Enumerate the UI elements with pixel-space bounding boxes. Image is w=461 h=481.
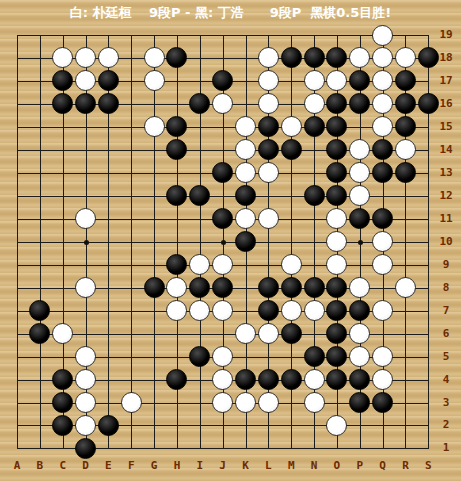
stone-white <box>52 323 73 344</box>
stone-white <box>326 254 347 275</box>
stone-black <box>52 70 73 91</box>
stone-white <box>281 300 302 321</box>
stone-black <box>75 438 96 459</box>
stone-black <box>304 185 325 206</box>
stone-white <box>326 70 347 91</box>
stone-black <box>52 369 73 390</box>
stone-white <box>75 392 96 413</box>
stone-white <box>349 139 370 160</box>
stone-white <box>372 47 393 68</box>
stone-black <box>304 116 325 137</box>
stone-black <box>349 369 370 390</box>
stone-black <box>395 162 416 183</box>
stone-black <box>395 116 416 137</box>
stone-white <box>189 300 210 321</box>
stone-black <box>258 139 279 160</box>
stone-black <box>372 392 393 413</box>
stone-black <box>281 139 302 160</box>
row-label: 5 <box>433 350 459 363</box>
row-label: 9 <box>433 258 459 271</box>
stone-white <box>372 93 393 114</box>
row-label: 18 <box>433 51 459 64</box>
stone-black <box>258 116 279 137</box>
row-label: 2 <box>433 418 459 431</box>
stone-white <box>258 70 279 91</box>
stone-black <box>326 300 347 321</box>
stone-black <box>166 116 187 137</box>
stone-white <box>212 93 233 114</box>
row-label: 12 <box>433 189 459 202</box>
row-label: 17 <box>433 74 459 87</box>
stone-white <box>166 277 187 298</box>
stone-black <box>326 93 347 114</box>
stone-white <box>258 392 279 413</box>
column-label: E <box>97 459 119 472</box>
column-label: R <box>394 459 416 472</box>
stone-white <box>304 392 325 413</box>
stone-white <box>212 346 233 367</box>
stone-black <box>395 70 416 91</box>
stone-black <box>281 369 302 390</box>
row-label: 10 <box>433 235 459 248</box>
stone-white <box>212 254 233 275</box>
column-label: J <box>212 459 234 472</box>
stone-black <box>326 185 347 206</box>
stone-black <box>98 415 119 436</box>
column-label: C <box>52 459 74 472</box>
stone-white <box>372 300 393 321</box>
stone-black <box>258 300 279 321</box>
stone-black <box>52 93 73 114</box>
column-label: B <box>29 459 51 472</box>
stone-black <box>372 162 393 183</box>
column-label: Q <box>372 459 394 472</box>
stone-black <box>235 231 256 252</box>
stone-white <box>75 70 96 91</box>
stone-black <box>349 208 370 229</box>
stone-white <box>75 415 96 436</box>
stone-black <box>75 93 96 114</box>
stone-white <box>212 392 233 413</box>
row-label: 11 <box>433 212 459 225</box>
stone-black <box>349 93 370 114</box>
stone-black <box>166 47 187 68</box>
row-label: 6 <box>433 327 459 340</box>
stone-black <box>326 47 347 68</box>
stone-white <box>52 47 73 68</box>
stone-white <box>372 25 393 46</box>
stone-black <box>189 346 210 367</box>
stone-black <box>166 254 187 275</box>
stone-black <box>166 369 187 390</box>
stone-white <box>304 300 325 321</box>
stone-black <box>372 208 393 229</box>
stone-white <box>372 254 393 275</box>
stone-white <box>144 70 165 91</box>
stone-black <box>212 208 233 229</box>
row-label: 16 <box>433 97 459 110</box>
stone-white <box>372 116 393 137</box>
stone-black <box>326 323 347 344</box>
row-label: 14 <box>433 143 459 156</box>
stone-white <box>235 162 256 183</box>
stone-black <box>212 162 233 183</box>
stone-white <box>372 231 393 252</box>
stone-black <box>258 277 279 298</box>
stone-white <box>349 162 370 183</box>
stone-white <box>258 162 279 183</box>
stone-white <box>75 277 96 298</box>
stone-black <box>166 139 187 160</box>
stone-white <box>372 369 393 390</box>
stone-black <box>395 93 416 114</box>
stone-black <box>281 323 302 344</box>
stone-white <box>349 185 370 206</box>
row-label: 4 <box>433 373 459 386</box>
column-label: S <box>417 459 439 472</box>
stone-black <box>235 185 256 206</box>
stone-white <box>326 231 347 252</box>
stone-black <box>326 346 347 367</box>
star-point <box>84 240 89 245</box>
stone-white <box>212 369 233 390</box>
stone-black <box>52 392 73 413</box>
stone-white <box>258 208 279 229</box>
stone-black <box>281 47 302 68</box>
stone-black <box>304 346 325 367</box>
column-label: N <box>303 459 325 472</box>
column-label: F <box>120 459 142 472</box>
column-label: O <box>326 459 348 472</box>
stone-white <box>304 369 325 390</box>
stone-black <box>326 162 347 183</box>
stone-black <box>29 323 50 344</box>
stone-black <box>349 70 370 91</box>
column-label: D <box>75 459 97 472</box>
stone-white <box>372 346 393 367</box>
column-label: K <box>235 459 257 472</box>
stone-white <box>326 208 347 229</box>
stone-black <box>326 139 347 160</box>
row-label: 3 <box>433 396 459 409</box>
stone-black <box>372 139 393 160</box>
stone-white <box>395 277 416 298</box>
stone-white <box>326 415 347 436</box>
stone-black <box>349 392 370 413</box>
stone-white <box>75 369 96 390</box>
stone-white <box>395 139 416 160</box>
go-board[interactable] <box>0 0 461 461</box>
stone-black <box>281 277 302 298</box>
column-label: G <box>143 459 165 472</box>
stone-white <box>235 323 256 344</box>
stone-black <box>29 300 50 321</box>
column-label: I <box>189 459 211 472</box>
stone-white <box>75 208 96 229</box>
stone-white <box>75 47 96 68</box>
stone-black <box>189 185 210 206</box>
column-label: A <box>6 459 28 472</box>
stone-white <box>166 300 187 321</box>
stone-white <box>98 47 119 68</box>
row-label: 7 <box>433 304 459 317</box>
stone-white <box>304 93 325 114</box>
stone-white <box>349 277 370 298</box>
row-label: 8 <box>433 281 459 294</box>
stone-black <box>349 300 370 321</box>
stone-white <box>235 139 256 160</box>
stone-white <box>144 47 165 68</box>
stone-black <box>52 415 73 436</box>
stone-white <box>349 47 370 68</box>
stone-white <box>281 116 302 137</box>
stone-white <box>349 323 370 344</box>
stone-black <box>189 93 210 114</box>
stone-black <box>189 277 210 298</box>
stone-white <box>144 116 165 137</box>
stone-black <box>326 277 347 298</box>
stone-black <box>304 277 325 298</box>
stone-white <box>258 323 279 344</box>
column-label: L <box>257 459 279 472</box>
stone-white <box>212 300 233 321</box>
stone-white <box>395 47 416 68</box>
column-label: P <box>349 459 371 472</box>
stone-black <box>258 369 279 390</box>
stone-white <box>281 254 302 275</box>
stone-white <box>235 208 256 229</box>
column-label: H <box>166 459 188 472</box>
stone-black <box>212 70 233 91</box>
stone-black <box>166 185 187 206</box>
stone-white <box>75 346 96 367</box>
stone-white <box>235 116 256 137</box>
stone-white <box>121 392 142 413</box>
stone-black <box>212 277 233 298</box>
row-label: 13 <box>433 166 459 179</box>
go-app-window: 白: 朴廷桓 9段P - 黑: 丁浩 9段P 黑棋0.5目胜! ABCDEFGH… <box>0 0 461 481</box>
stone-black <box>235 369 256 390</box>
stone-black <box>98 70 119 91</box>
star-point <box>221 240 226 245</box>
stone-white <box>258 93 279 114</box>
stone-black <box>326 369 347 390</box>
stone-white <box>258 47 279 68</box>
row-label: 19 <box>433 28 459 41</box>
stone-black <box>304 47 325 68</box>
stone-white <box>304 70 325 91</box>
stone-white <box>235 392 256 413</box>
star-point <box>358 240 363 245</box>
stone-white <box>372 70 393 91</box>
stone-black <box>98 93 119 114</box>
row-label: 15 <box>433 120 459 133</box>
stone-black <box>144 277 165 298</box>
column-label: M <box>280 459 302 472</box>
stone-white <box>189 254 210 275</box>
row-label: 1 <box>433 441 459 454</box>
stone-black <box>326 116 347 137</box>
stone-white <box>349 346 370 367</box>
